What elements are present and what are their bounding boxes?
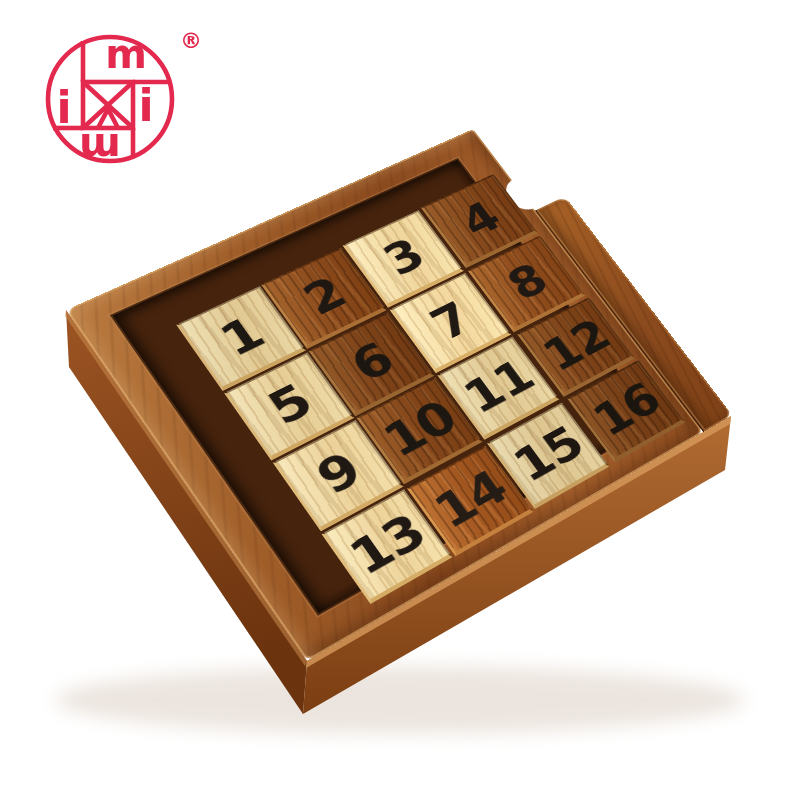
product-photo-scene: 12345678910111213141516 m i i m ® [0,0,800,800]
brand-logo: m i i m [40,26,190,171]
logo-letter-m-top: m [105,31,147,77]
logo-letter-i-right: i [138,80,153,131]
registered-trademark: ® [180,28,202,53]
ground-shadow [55,666,745,734]
logo-letter-i-left: i [56,82,71,133]
logo-letter-m-bottom: m [79,125,121,171]
